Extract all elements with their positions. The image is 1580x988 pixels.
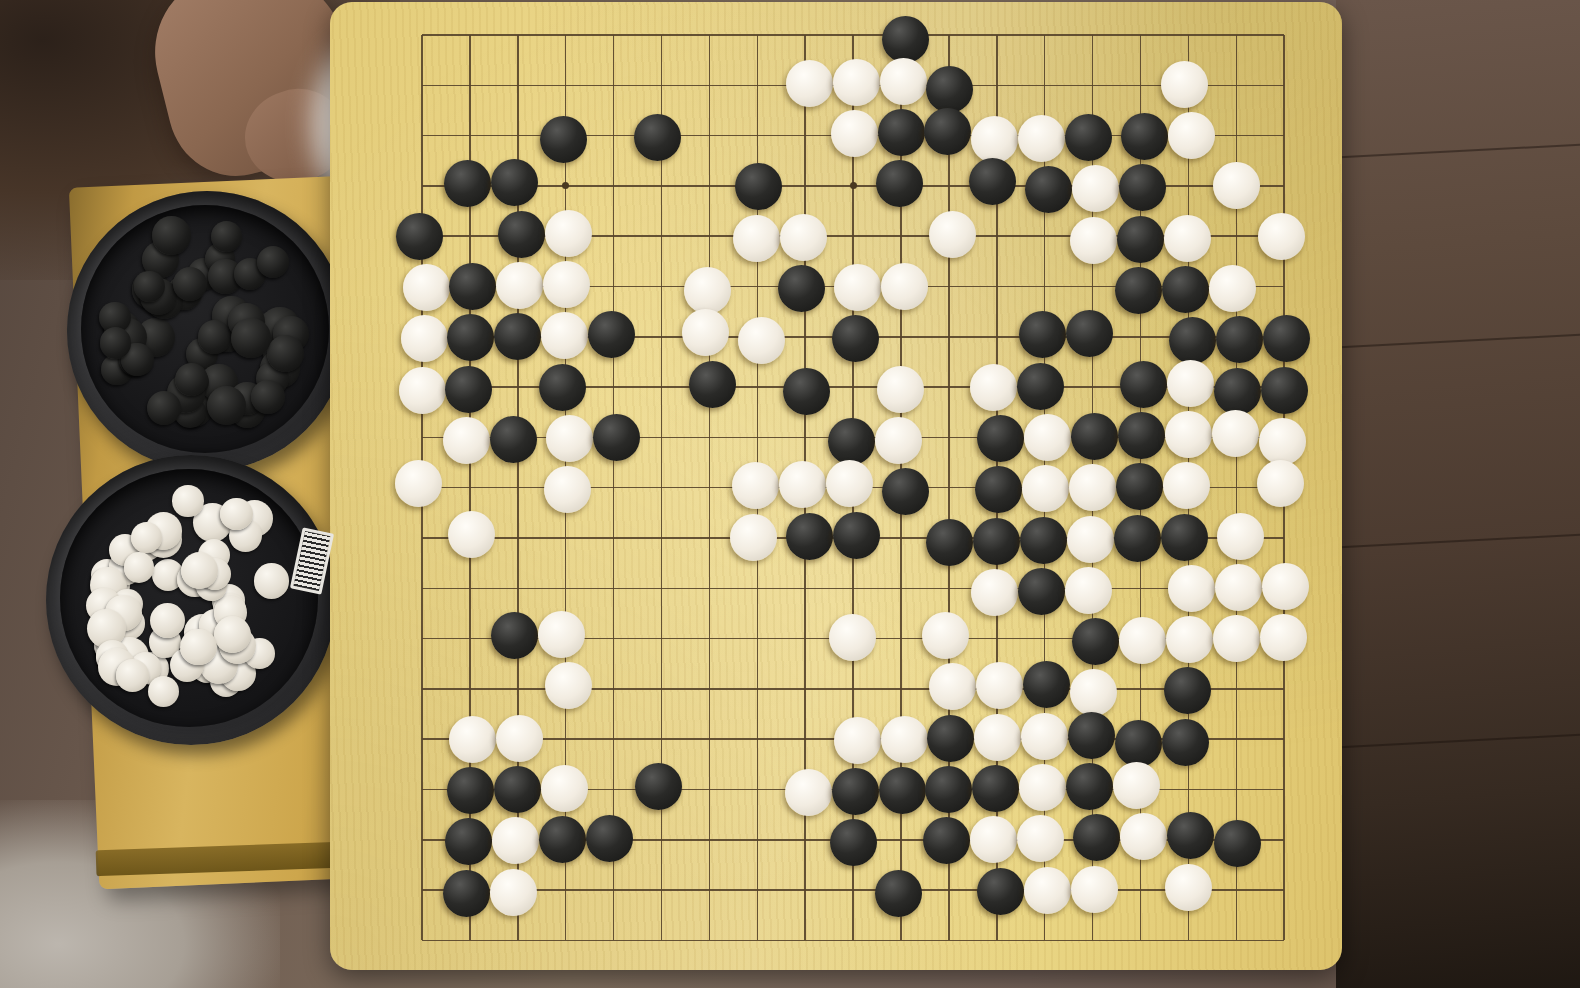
stone-white-R15[interactable]	[1164, 215, 1211, 262]
stone-black-P17[interactable]	[1065, 114, 1112, 161]
stone-white-K10[interactable]	[826, 460, 873, 507]
stone-white-A10[interactable]	[395, 460, 442, 507]
stone-white-A14[interactable]	[403, 264, 450, 311]
white-stone-in-bowl	[214, 616, 251, 653]
stone-white-N12[interactable]	[970, 364, 1017, 411]
stone-white-G13[interactable]	[682, 309, 729, 356]
stone-black-S13[interactable]	[1216, 316, 1263, 363]
stone-black-D12[interactable]	[539, 364, 586, 411]
black-stone-in-bowl	[152, 216, 191, 255]
grid-line-horizontal	[422, 889, 1284, 891]
stone-white-L12[interactable]	[877, 366, 924, 413]
stone-black-T13[interactable]	[1263, 315, 1310, 362]
stone-white-K14[interactable]	[834, 264, 881, 311]
stone-white-S14[interactable]	[1209, 265, 1256, 312]
stone-black-D17[interactable]	[540, 116, 587, 163]
stone-black-J12[interactable]	[783, 368, 830, 415]
star-point	[850, 182, 857, 189]
stone-white-L14[interactable]	[881, 263, 928, 310]
stone-white-P8[interactable]	[1065, 567, 1112, 614]
stone-black-C15[interactable]	[498, 211, 545, 258]
stone-black-K4[interactable]	[832, 768, 879, 815]
stone-white-S7[interactable]	[1213, 615, 1260, 662]
stone-white-K7[interactable]	[829, 614, 876, 661]
stone-black-L17[interactable]	[878, 109, 925, 156]
stone-white-L11[interactable]	[875, 417, 922, 464]
stone-white-O2[interactable]	[1024, 867, 1071, 914]
wood-floor-right	[1336, 0, 1580, 988]
stone-black-Q5[interactable]	[1115, 720, 1162, 767]
stone-black-Q17[interactable]	[1121, 113, 1168, 160]
stone-white-T10[interactable]	[1257, 460, 1304, 507]
stone-black-O12[interactable]	[1017, 363, 1064, 410]
stone-white-R7[interactable]	[1166, 616, 1213, 663]
stone-white-C14[interactable]	[496, 262, 543, 309]
stone-black-R9[interactable]	[1161, 514, 1208, 561]
stone-white-T11[interactable]	[1259, 418, 1306, 465]
stone-white-J18[interactable]	[786, 60, 833, 107]
grid-line-horizontal	[422, 940, 1284, 942]
bowl-interior	[60, 469, 318, 727]
stone-black-F4[interactable]	[635, 763, 682, 810]
stone-black-L19[interactable]	[882, 16, 929, 63]
stone-black-R3[interactable]	[1167, 812, 1214, 859]
black-stone-in-bowl	[251, 380, 285, 414]
stone-black-M18[interactable]	[926, 66, 973, 113]
stone-white-O5[interactable]	[1021, 713, 1068, 760]
stone-white-K18[interactable]	[833, 59, 880, 106]
stone-black-E11[interactable]	[593, 414, 640, 461]
stone-black-P11[interactable]	[1071, 413, 1118, 460]
stone-white-O4[interactable]	[1019, 764, 1066, 811]
stone-white-N5[interactable]	[974, 714, 1021, 761]
black-stone-in-bowl	[198, 320, 232, 354]
stone-white-C5[interactable]	[496, 715, 543, 762]
bowl-interior	[81, 205, 329, 453]
stone-white-K17[interactable]	[831, 110, 878, 157]
stone-black-O8[interactable]	[1018, 568, 1065, 615]
black-stone-in-bowl	[207, 386, 246, 425]
stone-white-P2[interactable]	[1071, 866, 1118, 913]
stone-black-M5[interactable]	[927, 715, 974, 762]
stone-white-J15[interactable]	[780, 214, 827, 261]
white-stone-bowl	[46, 455, 336, 745]
stone-white-D15[interactable]	[545, 210, 592, 257]
stone-black-R5[interactable]	[1162, 719, 1209, 766]
stone-black-K9[interactable]	[833, 512, 880, 559]
white-stone-in-bowl	[172, 485, 203, 516]
stone-white-S11[interactable]	[1212, 410, 1259, 457]
stone-black-N11[interactable]	[977, 415, 1024, 462]
stone-white-R10[interactable]	[1163, 462, 1210, 509]
white-stone-in-bowl	[220, 498, 252, 530]
stone-black-K11[interactable]	[828, 418, 875, 465]
stone-white-P15[interactable]	[1070, 217, 1117, 264]
stone-black-N4[interactable]	[972, 765, 1019, 812]
stone-black-F17[interactable]	[634, 114, 681, 161]
stone-black-L16[interactable]	[876, 160, 923, 207]
stone-white-S8[interactable]	[1215, 564, 1262, 611]
stone-white-R11[interactable]	[1165, 411, 1212, 458]
grid-line-horizontal	[422, 588, 1284, 590]
stone-black-J14[interactable]	[778, 265, 825, 312]
stone-white-N8[interactable]	[971, 569, 1018, 616]
stone-black-K3[interactable]	[830, 819, 877, 866]
stone-black-O9[interactable]	[1020, 517, 1067, 564]
stone-white-H10[interactable]	[732, 462, 779, 509]
stone-white-G14[interactable]	[684, 267, 731, 314]
stone-black-R14[interactable]	[1162, 266, 1209, 313]
stone-white-P10[interactable]	[1069, 464, 1116, 511]
stone-black-R6[interactable]	[1164, 667, 1211, 714]
stone-white-B11[interactable]	[443, 417, 490, 464]
stone-white-R2[interactable]	[1165, 864, 1212, 911]
stone-black-J9[interactable]	[786, 513, 833, 560]
stone-black-Q10[interactable]	[1116, 463, 1163, 510]
stone-white-O11[interactable]	[1024, 414, 1071, 461]
black-stone-in-bowl	[231, 318, 271, 358]
stone-white-L18[interactable]	[880, 58, 927, 105]
stone-white-T7[interactable]	[1260, 614, 1307, 661]
stone-black-L10[interactable]	[882, 468, 929, 515]
stone-black-C4[interactable]	[494, 766, 541, 813]
white-stone-in-bowl	[254, 563, 290, 599]
stone-white-B9[interactable]	[448, 511, 495, 558]
stone-black-P4[interactable]	[1066, 763, 1113, 810]
black-stone-in-bowl	[257, 246, 289, 278]
stone-black-Q12[interactable]	[1120, 361, 1167, 408]
stone-white-Q3[interactable]	[1120, 813, 1167, 860]
stone-black-C11[interactable]	[490, 416, 537, 463]
stone-black-S3[interactable]	[1214, 820, 1261, 867]
stone-black-T12[interactable]	[1261, 367, 1308, 414]
stone-black-G12[interactable]	[689, 361, 736, 408]
black-stone-in-bowl	[267, 335, 304, 372]
stone-white-R12[interactable]	[1167, 360, 1214, 407]
stone-black-B12[interactable]	[445, 366, 492, 413]
stone-white-Q4[interactable]	[1113, 762, 1160, 809]
stone-black-N9[interactable]	[973, 518, 1020, 565]
stone-white-R8[interactable]	[1168, 565, 1215, 612]
white-stone-in-bowl	[116, 659, 149, 692]
stone-black-Q9[interactable]	[1114, 515, 1161, 562]
stone-white-J10[interactable]	[779, 461, 826, 508]
stone-white-H9[interactable]	[730, 514, 777, 561]
stone-black-B2[interactable]	[443, 870, 490, 917]
stone-black-M9[interactable]	[926, 519, 973, 566]
stone-white-H15[interactable]	[733, 215, 780, 262]
stone-white-B5[interactable]	[449, 716, 496, 763]
black-stone-bowl	[67, 191, 347, 471]
stone-white-R18[interactable]	[1161, 61, 1208, 108]
stone-white-L5[interactable]	[881, 716, 928, 763]
stone-white-D14[interactable]	[543, 261, 590, 308]
stone-black-Q15[interactable]	[1117, 216, 1164, 263]
stone-white-C2[interactable]	[490, 869, 537, 916]
stone-white-Q7[interactable]	[1119, 617, 1166, 664]
stone-white-D7[interactable]	[538, 611, 585, 658]
stone-black-Q11[interactable]	[1118, 412, 1165, 459]
stone-black-P7[interactable]	[1072, 618, 1119, 665]
stone-white-A12[interactable]	[399, 367, 446, 414]
white-stone-in-bowl	[124, 552, 154, 582]
white-stone-in-bowl	[131, 522, 162, 553]
stone-black-K13[interactable]	[832, 315, 879, 362]
stone-black-R13[interactable]	[1169, 317, 1216, 364]
white-stone-in-bowl	[150, 603, 185, 638]
go-board[interactable]	[330, 2, 1342, 970]
stone-white-R17[interactable]	[1168, 112, 1215, 159]
stone-white-S16[interactable]	[1213, 162, 1260, 209]
go-game-photo	[0, 0, 1580, 988]
stone-black-H16[interactable]	[735, 163, 782, 210]
stone-black-A15[interactable]	[396, 213, 443, 260]
stone-white-K5[interactable]	[834, 717, 881, 764]
white-stone-in-bowl	[180, 629, 216, 665]
stone-black-Q14[interactable]	[1115, 267, 1162, 314]
stone-white-P9[interactable]	[1067, 516, 1114, 563]
stone-black-L4[interactable]	[879, 767, 926, 814]
black-stone-in-bowl	[211, 221, 242, 252]
stone-black-S12[interactable]	[1214, 368, 1261, 415]
white-stone-in-bowl	[148, 676, 179, 707]
stone-black-L2[interactable]	[875, 870, 922, 917]
stone-white-S9[interactable]	[1217, 513, 1264, 560]
stone-white-M15[interactable]	[929, 211, 976, 258]
black-stone-in-bowl	[173, 267, 207, 301]
black-stone-in-bowl	[100, 327, 131, 358]
stone-white-T8[interactable]	[1262, 563, 1309, 610]
stone-white-D4[interactable]	[541, 765, 588, 812]
stone-white-J4[interactable]	[785, 769, 832, 816]
stone-white-H13[interactable]	[738, 317, 785, 364]
stone-white-O17[interactable]	[1018, 115, 1065, 162]
black-stone-in-bowl	[147, 391, 181, 425]
stone-white-T15[interactable]	[1258, 213, 1305, 260]
stone-white-A13[interactable]	[401, 315, 448, 362]
stone-black-N2[interactable]	[977, 868, 1024, 915]
stone-black-P5[interactable]	[1068, 712, 1115, 759]
stone-white-D11[interactable]	[546, 415, 593, 462]
